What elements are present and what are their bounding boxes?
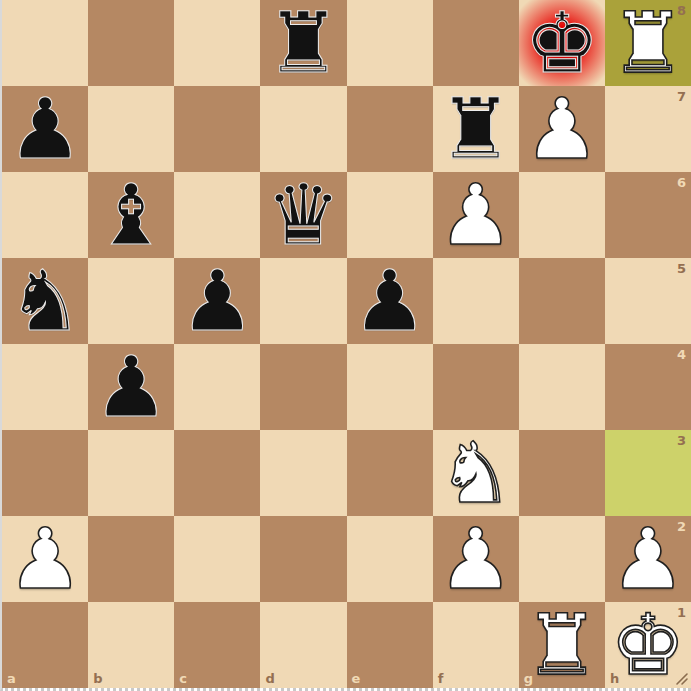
file-coordinate-f: f <box>438 671 444 686</box>
piece-black-pawn[interactable]: ♟ <box>7 87 82 171</box>
square-c6[interactable] <box>174 172 260 258</box>
square-f7[interactable]: ♜ <box>433 86 519 172</box>
square-c8[interactable] <box>174 0 260 86</box>
board: ♜♚♜8♟♜♟7♝♛♟6♞♟♟5♟4♞3♟♟♟2abcdef♜g♚1h <box>2 0 691 688</box>
piece-white-pawn[interactable]: ♟ <box>438 517 513 601</box>
square-h7[interactable]: 7 <box>605 86 691 172</box>
square-g8[interactable]: ♚ <box>519 0 605 86</box>
square-a6[interactable] <box>2 172 88 258</box>
square-g4[interactable] <box>519 344 605 430</box>
square-h5[interactable]: 5 <box>605 258 691 344</box>
square-f4[interactable] <box>433 344 519 430</box>
square-f2[interactable]: ♟ <box>433 516 519 602</box>
square-b1[interactable]: b <box>88 602 174 688</box>
piece-black-king[interactable]: ♚ <box>524 1 599 85</box>
square-d7[interactable] <box>260 86 346 172</box>
piece-white-pawn[interactable]: ♟ <box>7 517 82 601</box>
square-f5[interactable] <box>433 258 519 344</box>
piece-black-knight[interactable]: ♞ <box>7 259 82 343</box>
square-e5[interactable]: ♟ <box>347 258 433 344</box>
piece-black-pawn[interactable]: ♟ <box>352 259 427 343</box>
square-b6[interactable]: ♝ <box>88 172 174 258</box>
square-h1[interactable]: ♚1h <box>605 602 691 688</box>
square-h6[interactable]: 6 <box>605 172 691 258</box>
rank-coordinate-6: 6 <box>677 175 686 190</box>
square-d6[interactable]: ♛ <box>260 172 346 258</box>
file-coordinate-a: a <box>7 671 16 686</box>
square-a4[interactable] <box>2 344 88 430</box>
board-container: ♜♚♜8♟♜♟7♝♛♟6♞♟♟5♟4♞3♟♟♟2abcdef♜g♚1h <box>0 0 691 691</box>
piece-black-rook[interactable]: ♜ <box>266 1 341 85</box>
square-e6[interactable] <box>347 172 433 258</box>
square-f8[interactable] <box>433 0 519 86</box>
piece-black-rook[interactable]: ♜ <box>438 87 513 171</box>
square-d8[interactable]: ♜ <box>260 0 346 86</box>
square-g5[interactable] <box>519 258 605 344</box>
square-h3[interactable]: 3 <box>605 430 691 516</box>
square-h4[interactable]: 4 <box>605 344 691 430</box>
square-b4[interactable]: ♟ <box>88 344 174 430</box>
square-g2[interactable] <box>519 516 605 602</box>
file-coordinate-c: c <box>179 671 187 686</box>
square-c5[interactable]: ♟ <box>174 258 260 344</box>
square-b5[interactable] <box>88 258 174 344</box>
square-a1[interactable]: a <box>2 602 88 688</box>
square-h8[interactable]: ♜8 <box>605 0 691 86</box>
piece-white-rook[interactable]: ♜ <box>524 603 599 687</box>
square-a7[interactable]: ♟ <box>2 86 88 172</box>
square-b2[interactable] <box>88 516 174 602</box>
file-coordinate-d: d <box>265 671 274 686</box>
square-d2[interactable] <box>260 516 346 602</box>
square-b8[interactable] <box>88 0 174 86</box>
square-e1[interactable]: e <box>347 602 433 688</box>
square-f3[interactable]: ♞ <box>433 430 519 516</box>
square-c3[interactable] <box>174 430 260 516</box>
square-d4[interactable] <box>260 344 346 430</box>
square-e7[interactable] <box>347 86 433 172</box>
square-g7[interactable]: ♟ <box>519 86 605 172</box>
piece-white-knight[interactable]: ♞ <box>438 431 513 515</box>
file-coordinate-b: b <box>93 671 102 686</box>
piece-white-pawn[interactable]: ♟ <box>524 87 599 171</box>
file-coordinate-e: e <box>352 671 361 686</box>
piece-black-pawn[interactable]: ♟ <box>94 345 169 429</box>
square-b3[interactable] <box>88 430 174 516</box>
board-resize-handle-icon[interactable] <box>675 672 689 686</box>
piece-white-pawn[interactable]: ♟ <box>610 517 685 601</box>
square-a2[interactable]: ♟ <box>2 516 88 602</box>
square-a8[interactable] <box>2 0 88 86</box>
piece-black-pawn[interactable]: ♟ <box>180 259 255 343</box>
square-d3[interactable] <box>260 430 346 516</box>
square-d1[interactable]: d <box>260 602 346 688</box>
piece-white-rook[interactable]: ♜ <box>610 1 685 85</box>
square-c2[interactable] <box>174 516 260 602</box>
piece-white-pawn[interactable]: ♟ <box>438 173 513 257</box>
rank-coordinate-5: 5 <box>677 261 686 276</box>
square-c7[interactable] <box>174 86 260 172</box>
square-b7[interactable] <box>88 86 174 172</box>
rank-coordinate-3: 3 <box>677 433 686 448</box>
square-c1[interactable]: c <box>174 602 260 688</box>
square-h2[interactable]: ♟2 <box>605 516 691 602</box>
square-g1[interactable]: ♜g <box>519 602 605 688</box>
piece-black-bishop[interactable]: ♝ <box>94 173 169 257</box>
square-e8[interactable] <box>347 0 433 86</box>
square-f6[interactable]: ♟ <box>433 172 519 258</box>
square-g3[interactable] <box>519 430 605 516</box>
square-e2[interactable] <box>347 516 433 602</box>
square-a5[interactable]: ♞ <box>2 258 88 344</box>
square-a3[interactable] <box>2 430 88 516</box>
square-e3[interactable] <box>347 430 433 516</box>
square-c4[interactable] <box>174 344 260 430</box>
square-f1[interactable]: f <box>433 602 519 688</box>
piece-black-queen[interactable]: ♛ <box>266 173 341 257</box>
square-g6[interactable] <box>519 172 605 258</box>
square-e4[interactable] <box>347 344 433 430</box>
square-d5[interactable] <box>260 258 346 344</box>
rank-coordinate-4: 4 <box>677 347 686 362</box>
